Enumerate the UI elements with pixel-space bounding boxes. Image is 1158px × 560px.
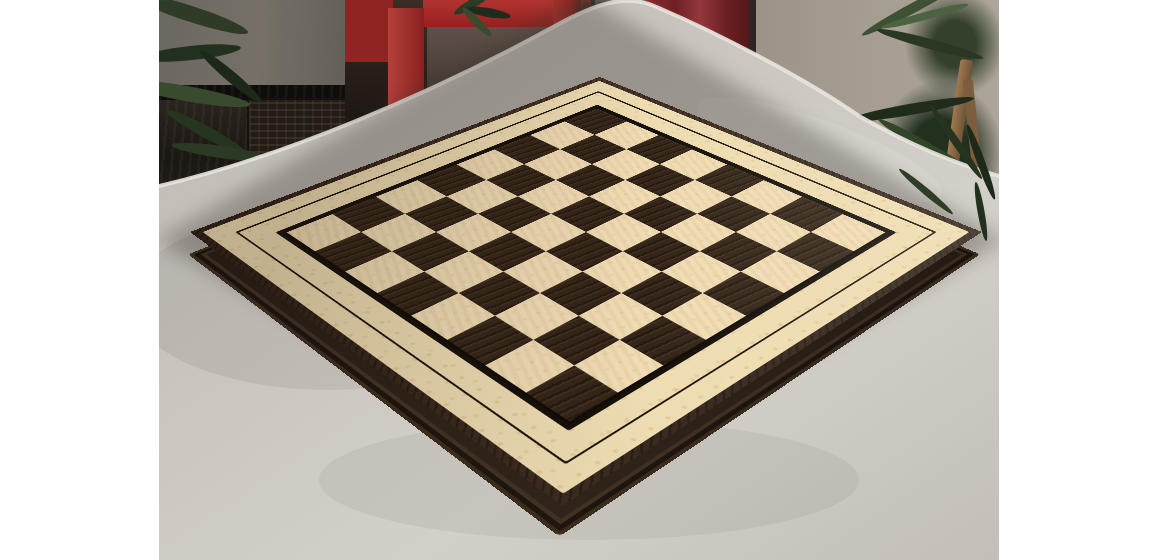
frond-icon (897, 166, 955, 216)
photo (159, 0, 999, 560)
frond-icon (972, 181, 989, 241)
overhanging-fronds (881, 128, 999, 268)
screenshot (0, 0, 1158, 560)
